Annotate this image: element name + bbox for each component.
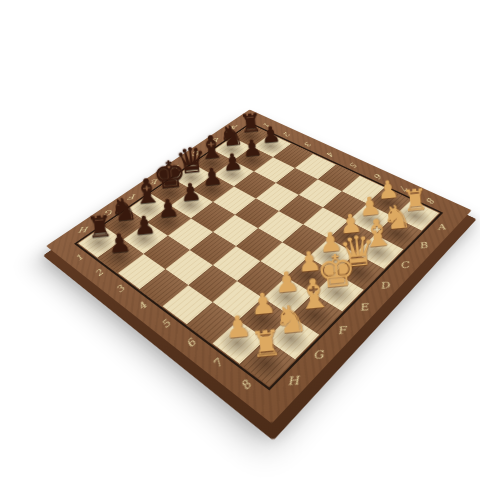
coordinate-label-e: E: [143, 172, 166, 192]
coordinate-label-g: G: [96, 202, 121, 224]
board-squares: ♜♟♟♜♞♟♟♞♝♟♟♝♛♟♟♛♚♟♟♚♝♟♟♝♞♟♟♞♜♟♟♜: [78, 125, 439, 386]
coordinate-label-f: F: [120, 187, 144, 208]
piece-shadow: [375, 219, 420, 249]
coordinate-label-a: A: [225, 119, 245, 136]
coordinate-label-b: B: [206, 131, 226, 149]
chess-board: 12345678 12345678 ABCDEFGH ABCDEFGH ♜♟♟♜…: [46, 110, 472, 424]
coordinate-label-8: 8: [413, 188, 450, 214]
square-d6: [282, 224, 328, 257]
coordinate-label-c: C: [186, 144, 206, 163]
coordinate-label-d: D: [165, 158, 187, 177]
square-f8: ♝: [290, 294, 342, 335]
coordinate-label-h: H: [71, 218, 98, 241]
board-surface: 12345678 12345678 ABCDEFGH ABCDEFGH ♜♟♟♜…: [46, 110, 472, 424]
perspective-container: 12345678 12345678 ABCDEFGH ABCDEFGH ♜♟♟♜…: [0, 0, 480, 480]
chess-set-photo: 12345678 12345678 ABCDEFGH ABCDEFGH ♜♟♟♜…: [0, 0, 480, 480]
